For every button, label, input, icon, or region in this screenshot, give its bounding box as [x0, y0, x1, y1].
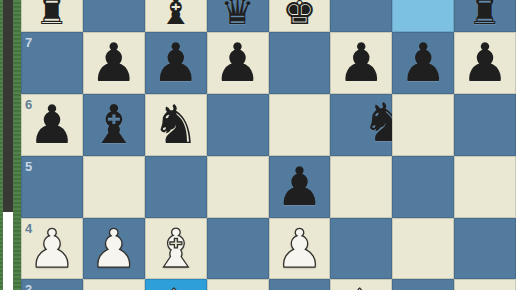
square-a5[interactable]: 5 — [21, 156, 83, 218]
square-f6[interactable]: ♞ — [330, 94, 392, 156]
square-a4[interactable]: 4♟ — [21, 218, 83, 280]
square-h5[interactable] — [454, 156, 516, 218]
black-bishop-c8[interactable]: ♝ — [159, 0, 193, 32]
black-pawn-f7[interactable]: ♟ — [338, 36, 386, 89]
square-d8[interactable]: ♛ — [207, 0, 269, 32]
white-pawn-b4[interactable]: ♟ — [90, 222, 138, 275]
square-e7[interactable] — [269, 32, 331, 94]
square-f5[interactable] — [330, 156, 392, 218]
square-g8[interactable] — [392, 0, 454, 32]
rank-label-7: 7 — [25, 35, 32, 50]
white-bishop-c4[interactable]: ♝ — [152, 222, 200, 275]
square-c7[interactable]: ♟ — [145, 32, 207, 94]
square-a6[interactable]: 6♟ — [21, 94, 83, 156]
square-c6[interactable]: ♞ — [145, 94, 207, 156]
square-h4[interactable] — [454, 218, 516, 280]
rank-label-5: 5 — [25, 159, 32, 174]
white-pawn-a4[interactable]: ♟ — [28, 222, 76, 275]
square-h7[interactable]: ♟ — [454, 32, 516, 94]
square-b6[interactable]: ♝ — [83, 94, 145, 156]
square-b7[interactable]: ♟ — [83, 32, 145, 94]
square-d3[interactable] — [207, 279, 269, 290]
black-pawn-h7[interactable]: ♟ — [461, 36, 509, 89]
square-g6[interactable] — [392, 94, 454, 156]
square-a7[interactable]: 7 — [21, 32, 83, 94]
square-c4[interactable]: ♝ — [145, 218, 207, 280]
square-e4[interactable]: ♟ — [269, 218, 331, 280]
square-d6[interactable] — [207, 94, 269, 156]
white-knight-c3[interactable]: ♞ — [151, 282, 201, 290]
square-c5[interactable] — [145, 156, 207, 218]
square-b5[interactable] — [83, 156, 145, 218]
square-d4[interactable] — [207, 218, 269, 280]
square-f7[interactable]: ♟ — [330, 32, 392, 94]
square-h6[interactable] — [454, 94, 516, 156]
black-pawn-g7[interactable]: ♟ — [399, 36, 447, 89]
square-h3[interactable] — [454, 279, 516, 290]
square-d5[interactable] — [207, 156, 269, 218]
rank-label-6: 6 — [25, 97, 32, 112]
square-b4[interactable]: ♟ — [83, 218, 145, 280]
square-g5[interactable] — [392, 156, 454, 218]
page-background-strip — [0, 0, 21, 290]
black-pawn-a6[interactable]: ♟ — [28, 98, 76, 151]
square-e8[interactable]: ♚ — [269, 0, 331, 32]
black-rook-h8[interactable]: ♜ — [468, 0, 502, 32]
square-c8[interactable]: ♝ — [145, 0, 207, 32]
black-king-e8[interactable]: ♚ — [282, 0, 316, 32]
square-h8[interactable]: ♜ — [454, 0, 516, 32]
rank-label-3: 3 — [25, 282, 32, 290]
square-g7[interactable]: ♟ — [392, 32, 454, 94]
black-rook-a8[interactable]: ♜ — [35, 0, 69, 32]
square-g4[interactable] — [392, 218, 454, 280]
square-e3[interactable] — [269, 279, 331, 290]
black-pawn-e5[interactable]: ♟ — [276, 160, 324, 213]
chess-board: ♜♝♛♚♜7♟♟♟♟♟♟6♟♝♞♞5♟4♟♟♝♟3♞♞ — [21, 0, 516, 290]
square-g3[interactable] — [392, 279, 454, 290]
square-a3[interactable]: 3 — [21, 279, 83, 290]
square-e5[interactable]: ♟ — [269, 156, 331, 218]
black-pawn-b7[interactable]: ♟ — [90, 36, 138, 89]
black-pawn-d7[interactable]: ♟ — [214, 36, 262, 89]
left-vertical-bar-white — [3, 212, 13, 290]
left-vertical-bar-dark — [3, 0, 13, 212]
square-e6[interactable] — [269, 94, 331, 156]
square-f4[interactable] — [330, 218, 392, 280]
white-pawn-e4[interactable]: ♟ — [276, 222, 324, 275]
square-f3[interactable]: ♞ — [330, 279, 392, 290]
black-queen-d8[interactable]: ♛ — [221, 0, 255, 32]
square-b8[interactable] — [83, 0, 145, 32]
square-b3[interactable] — [83, 279, 145, 290]
rank-label-4: 4 — [25, 221, 32, 236]
white-knight-f3[interactable]: ♞ — [336, 282, 386, 290]
black-bishop-b6[interactable]: ♝ — [90, 98, 138, 151]
black-pawn-c7[interactable]: ♟ — [152, 36, 200, 89]
square-c3[interactable]: ♞ — [145, 279, 207, 290]
square-a8[interactable]: ♜ — [21, 0, 83, 32]
black-knight-c6[interactable]: ♞ — [152, 98, 200, 151]
square-d7[interactable]: ♟ — [207, 32, 269, 94]
square-f8[interactable] — [330, 0, 392, 32]
